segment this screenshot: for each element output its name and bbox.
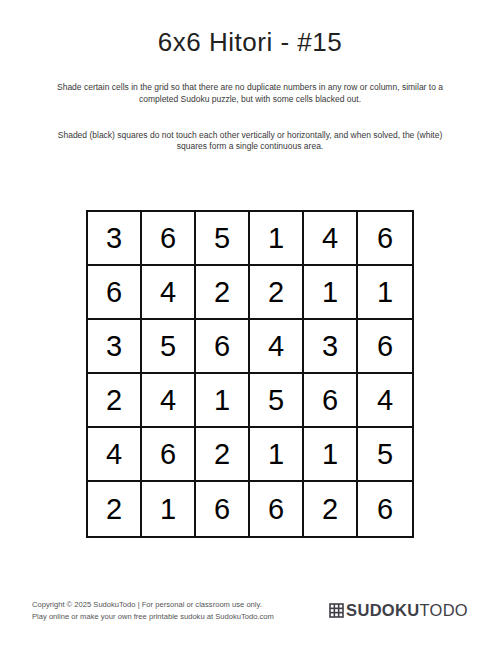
grid-cell-r1c6: 6 [358, 212, 412, 266]
copyright-line-1: Copyright © 2025 SudokuTodo | For person… [32, 599, 274, 611]
grid-cell-r4c4: 5 [250, 374, 304, 428]
grid-cell-r5c5: 1 [304, 428, 358, 482]
grid-cell-r3c6: 6 [358, 320, 412, 374]
grid-cell-r4c6: 4 [358, 374, 412, 428]
grid-cell-r5c4: 1 [250, 428, 304, 482]
printable-hitori-page: 6x6 Hitori - #15 Shade certain cells in … [0, 0, 500, 647]
grid-cell-r1c3: 5 [196, 212, 250, 266]
instructions: Shade certain cells in the grid so that … [30, 70, 470, 177]
grid-cell-r4c2: 4 [142, 374, 196, 428]
grid-cell-r1c1: 3 [88, 212, 142, 266]
grid-cell-r3c1: 3 [88, 320, 142, 374]
page-title: 6x6 Hitori - #15 [0, 27, 500, 58]
grid-container: 365146642211356436241564462115216626 [0, 210, 500, 538]
instruction-paragraph-1: Shade certain cells in the grid so that … [30, 82, 470, 106]
copyright-text: Copyright © 2025 SudokuTodo | For person… [32, 599, 274, 623]
instruction-paragraph-2: Shaded (black) squares do not touch each… [30, 130, 470, 154]
copyright-line-2: Play online or make your own free printa… [32, 611, 274, 623]
logo-text: SUDOKUTODO [346, 601, 468, 620]
grid-cell-r2c2: 4 [142, 266, 196, 320]
grid-cell-r2c3: 2 [196, 266, 250, 320]
grid-cell-r5c2: 6 [142, 428, 196, 482]
grid-cell-r3c4: 4 [250, 320, 304, 374]
grid-cell-r5c6: 5 [358, 428, 412, 482]
footer: Copyright © 2025 SudokuTodo | For person… [32, 599, 468, 623]
grid-cell-r4c3: 1 [196, 374, 250, 428]
grid-cell-r2c6: 1 [358, 266, 412, 320]
grid-cell-r6c3: 6 [196, 482, 250, 536]
grid-cell-r1c4: 1 [250, 212, 304, 266]
grid-cell-r6c4: 6 [250, 482, 304, 536]
grid-cell-r3c3: 6 [196, 320, 250, 374]
grid-cell-r1c5: 4 [304, 212, 358, 266]
sudoku-grid-icon [329, 603, 344, 618]
grid-cell-r6c1: 2 [88, 482, 142, 536]
grid-cell-r6c6: 6 [358, 482, 412, 536]
logo-text-sudoku: SUDOKU [346, 601, 419, 619]
grid-cell-r6c2: 1 [142, 482, 196, 536]
hitori-grid: 365146642211356436241564462115216626 [86, 210, 414, 538]
logo-text-todo: TODO [419, 601, 468, 619]
sudokutodo-logo: SUDOKUTODO [329, 601, 468, 620]
grid-cell-r5c3: 2 [196, 428, 250, 482]
grid-cell-r2c1: 6 [88, 266, 142, 320]
grid-cell-r4c5: 6 [304, 374, 358, 428]
grid-cell-r3c5: 3 [304, 320, 358, 374]
grid-cell-r2c5: 1 [304, 266, 358, 320]
grid-cell-r5c1: 4 [88, 428, 142, 482]
grid-cell-r3c2: 5 [142, 320, 196, 374]
grid-cell-r4c1: 2 [88, 374, 142, 428]
grid-cell-r6c5: 2 [304, 482, 358, 536]
grid-cell-r2c4: 2 [250, 266, 304, 320]
grid-cell-r1c2: 6 [142, 212, 196, 266]
